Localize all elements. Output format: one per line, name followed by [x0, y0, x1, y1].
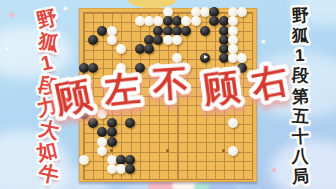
caption-char: 如	[35, 139, 59, 163]
caption-char: 1	[39, 52, 54, 74]
white-stone	[228, 146, 238, 156]
caption-char: 五	[291, 107, 309, 125]
white-stone	[79, 155, 89, 165]
title-char: 不	[152, 65, 190, 103]
title-char: 右	[249, 61, 291, 103]
black-stone	[153, 26, 163, 36]
caption-char: 1	[295, 47, 305, 64]
black-stone	[200, 26, 210, 36]
title-char: 顾	[52, 76, 95, 119]
white-stone	[116, 44, 126, 54]
title-char: 顾	[201, 68, 242, 109]
white-stone	[191, 16, 201, 26]
white-stone	[97, 137, 107, 147]
sparkle-dot	[262, 40, 265, 43]
black-stone	[153, 35, 163, 45]
sparkle-dot	[10, 13, 14, 17]
white-stone	[107, 35, 117, 45]
black-stone	[144, 44, 154, 54]
black-stone	[107, 137, 117, 147]
caption-char: 局	[291, 168, 309, 186]
black-stone	[97, 26, 107, 36]
thumbnail-stage: 野 狐 1 段 力 大 如 牛 野 狐 1 段 第 五 十 八 局 顾 左 不 …	[0, 0, 336, 189]
pastel-decoration	[208, 184, 236, 189]
black-stone	[181, 26, 191, 36]
sparkle-dot	[6, 47, 9, 50]
caption-char: 野	[291, 7, 309, 25]
sparkle-dot	[272, 168, 276, 172]
caption-char: 八	[291, 147, 309, 165]
caption-char: 狐	[291, 27, 309, 45]
caption-char: 牛	[37, 162, 61, 186]
black-stone	[107, 127, 117, 137]
white-stone	[172, 35, 182, 45]
black-stone	[88, 35, 98, 45]
main-title: 顾 左 不 顾 右	[53, 56, 289, 118]
caption-char: 十	[291, 127, 309, 145]
white-stone	[97, 146, 107, 156]
caption-char: 段	[291, 67, 309, 85]
title-char: 左	[102, 70, 142, 110]
caption-char: 第	[291, 87, 309, 105]
white-stone	[228, 26, 238, 36]
caption-char: 野	[35, 7, 59, 31]
black-stone	[88, 118, 98, 128]
sparkle-dot	[64, 7, 67, 10]
